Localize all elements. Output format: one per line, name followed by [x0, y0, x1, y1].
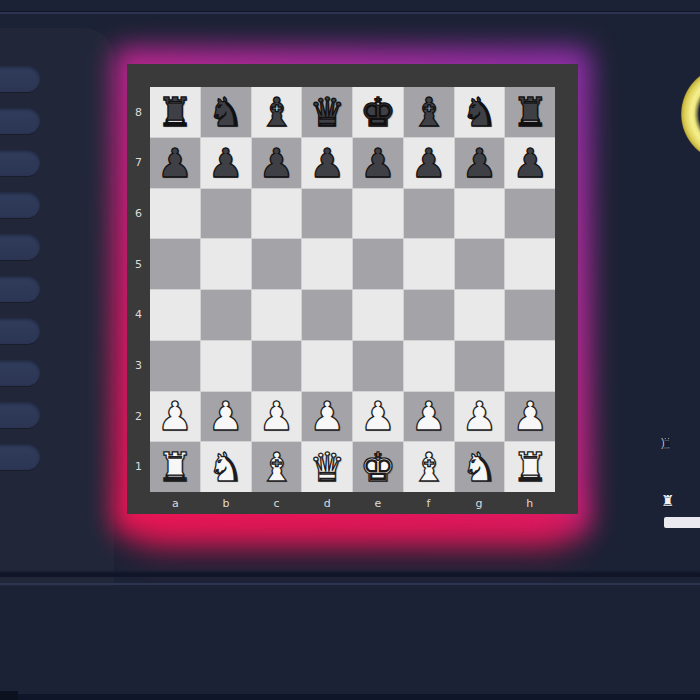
sidebar-pill-5[interactable]: [0, 234, 40, 260]
black-pawn[interactable]: ♟: [157, 143, 193, 183]
square-g4[interactable]: [455, 290, 505, 340]
white-pawn[interactable]: ♟: [360, 396, 396, 436]
black-pawn[interactable]: ♟: [461, 143, 497, 183]
rank-label-4: 4: [127, 290, 150, 341]
square-e3[interactable]: [353, 341, 403, 391]
square-a2[interactable]: ♟: [150, 392, 200, 442]
square-d7[interactable]: ♟: [302, 138, 352, 188]
captured-white-piece-icon[interactable]: ♜: [661, 494, 674, 509]
sidebar-pill-2[interactable]: [0, 108, 40, 134]
square-h1[interactable]: ♜: [505, 442, 555, 492]
black-knight[interactable]: ♞: [208, 92, 244, 132]
app-window: 87654321 abcdefgh ♜♞♝♛♚♝♞♜♟♟♟♟♟♟♟♟♟♟♟♟♟♟…: [0, 0, 700, 700]
square-b1[interactable]: ♞: [201, 442, 251, 492]
square-h5[interactable]: [505, 239, 555, 289]
sidebar-pill-10[interactable]: [0, 444, 40, 470]
square-c8[interactable]: ♝: [252, 87, 302, 137]
file-label-h: h: [504, 492, 555, 514]
square-c4[interactable]: [252, 290, 302, 340]
black-pawn[interactable]: ♟: [411, 143, 447, 183]
rank-label-3: 3: [127, 340, 150, 391]
file-label-d: d: [302, 492, 353, 514]
square-b5[interactable]: [201, 239, 251, 289]
black-pawn[interactable]: ♟: [208, 143, 244, 183]
chess-board: 87654321 abcdefgh ♜♞♝♛♚♝♞♜♟♟♟♟♟♟♟♟♟♟♟♟♟♟…: [127, 64, 578, 514]
square-h4[interactable]: [505, 290, 555, 340]
rank-label-5: 5: [127, 239, 150, 290]
square-e2[interactable]: ♟: [353, 392, 403, 442]
white-rook[interactable]: ♜: [157, 447, 193, 487]
square-f3[interactable]: [404, 341, 454, 391]
board-squares[interactable]: ♜♞♝♛♚♝♞♜♟♟♟♟♟♟♟♟♟♟♟♟♟♟♟♟♜♞♝♛♚♝♞♜: [150, 87, 555, 492]
square-e6[interactable]: [353, 189, 403, 239]
rank-label-8: 8: [127, 87, 150, 138]
black-bishop[interactable]: ♝: [258, 92, 294, 132]
square-g6[interactable]: [455, 189, 505, 239]
square-e5[interactable]: [353, 239, 403, 289]
square-a7[interactable]: ♟: [150, 138, 200, 188]
file-label-c: c: [251, 492, 302, 514]
bottom-strip: [0, 694, 700, 700]
square-c1[interactable]: ♝: [252, 442, 302, 492]
square-g1[interactable]: ♞: [455, 442, 505, 492]
square-c5[interactable]: [252, 239, 302, 289]
rank-label-7: 7: [127, 138, 150, 189]
square-g2[interactable]: ♟: [455, 392, 505, 442]
square-f4[interactable]: [404, 290, 454, 340]
side-panel-edge-bar: [664, 517, 700, 528]
square-g7[interactable]: ♟: [455, 138, 505, 188]
top-hairline: [0, 12, 700, 14]
sidebar-pill-6[interactable]: [0, 276, 40, 302]
square-d2[interactable]: ♟: [302, 392, 352, 442]
square-d5[interactable]: [302, 239, 352, 289]
sidebar-pill-9[interactable]: [0, 402, 40, 428]
white-bishop[interactable]: ♝: [258, 447, 294, 487]
black-pawn[interactable]: ♟: [309, 143, 345, 183]
square-h6[interactable]: [505, 189, 555, 239]
square-c7[interactable]: ♟: [252, 138, 302, 188]
white-pawn[interactable]: ♟: [512, 396, 548, 436]
white-knight[interactable]: ♞: [461, 447, 497, 487]
captured-black-piece-icon[interactable]: ♜: [660, 437, 673, 452]
rank-label-1: 1: [127, 441, 150, 492]
rank-label-6: 6: [127, 188, 150, 239]
black-pawn[interactable]: ♟: [360, 143, 396, 183]
divider-band: [0, 570, 700, 577]
rank-label-2: 2: [127, 391, 150, 442]
square-f6[interactable]: [404, 189, 454, 239]
square-h2[interactable]: ♟: [505, 392, 555, 442]
sidebar-pill-3[interactable]: [0, 150, 40, 176]
square-f5[interactable]: [404, 239, 454, 289]
square-a1[interactable]: ♜: [150, 442, 200, 492]
sidebar-pill-8[interactable]: [0, 360, 40, 386]
white-pawn[interactable]: ♟: [157, 396, 193, 436]
white-pawn[interactable]: ♟: [309, 396, 345, 436]
square-f1[interactable]: ♝: [404, 442, 454, 492]
sidebar-pill-4[interactable]: [0, 192, 40, 218]
square-b3[interactable]: [201, 341, 251, 391]
square-h8[interactable]: ♜: [505, 87, 555, 137]
square-b8[interactable]: ♞: [201, 87, 251, 137]
black-rook[interactable]: ♜: [512, 92, 548, 132]
square-d3[interactable]: [302, 341, 352, 391]
file-label-a: a: [150, 492, 201, 514]
square-e7[interactable]: ♟: [353, 138, 403, 188]
sidebar-pill-1[interactable]: [0, 66, 40, 92]
rank-labels: 87654321: [127, 87, 150, 492]
white-bishop[interactable]: ♝: [411, 447, 447, 487]
square-f8[interactable]: ♝: [404, 87, 454, 137]
square-a5[interactable]: [150, 239, 200, 289]
white-queen[interactable]: ♛: [309, 447, 345, 487]
file-label-e: e: [353, 492, 404, 514]
square-d1[interactable]: ♛: [302, 442, 352, 492]
file-labels: abcdefgh: [150, 492, 555, 514]
black-queen[interactable]: ♛: [309, 92, 345, 132]
square-e4[interactable]: [353, 290, 403, 340]
black-pawn[interactable]: ♟: [258, 143, 294, 183]
square-d8[interactable]: ♛: [302, 87, 352, 137]
black-rook[interactable]: ♜: [157, 92, 193, 132]
square-f2[interactable]: ♟: [404, 392, 454, 442]
square-b4[interactable]: [201, 290, 251, 340]
square-c3[interactable]: [252, 341, 302, 391]
square-a6[interactable]: [150, 189, 200, 239]
square-d4[interactable]: [302, 290, 352, 340]
square-b7[interactable]: ♟: [201, 138, 251, 188]
white-pawn[interactable]: ♟: [208, 396, 244, 436]
black-king[interactable]: ♚: [360, 92, 396, 132]
white-king[interactable]: ♚: [360, 447, 396, 487]
square-d6[interactable]: [302, 189, 352, 239]
square-h3[interactable]: [505, 341, 555, 391]
square-e1[interactable]: ♚: [353, 442, 403, 492]
white-knight[interactable]: ♞: [208, 447, 244, 487]
yellow-ring-icon[interactable]: [681, 66, 700, 162]
file-label-f: f: [403, 492, 454, 514]
square-h7[interactable]: ♟: [505, 138, 555, 188]
white-pawn[interactable]: ♟: [258, 396, 294, 436]
black-bishop[interactable]: ♝: [411, 92, 447, 132]
square-a3[interactable]: [150, 341, 200, 391]
sidebar-pill-7[interactable]: [0, 318, 40, 344]
square-b2[interactable]: ♟: [201, 392, 251, 442]
square-c6[interactable]: [252, 189, 302, 239]
bottom-corner-notch: [0, 691, 18, 700]
white-pawn[interactable]: ♟: [461, 396, 497, 436]
file-label-g: g: [454, 492, 505, 514]
square-g5[interactable]: [455, 239, 505, 289]
sidebar-pill-stack: [0, 66, 40, 470]
square-a8[interactable]: ♜: [150, 87, 200, 137]
black-knight[interactable]: ♞: [461, 92, 497, 132]
white-pawn[interactable]: ♟: [411, 396, 447, 436]
square-a4[interactable]: [150, 290, 200, 340]
square-b6[interactable]: [201, 189, 251, 239]
black-pawn[interactable]: ♟: [512, 143, 548, 183]
square-f7[interactable]: ♟: [404, 138, 454, 188]
divider-line: [0, 583, 700, 585]
square-c2[interactable]: ♟: [252, 392, 302, 442]
white-rook[interactable]: ♜: [512, 447, 548, 487]
square-e8[interactable]: ♚: [353, 87, 403, 137]
square-g3[interactable]: [455, 341, 505, 391]
square-g8[interactable]: ♞: [455, 87, 505, 137]
file-label-b: b: [201, 492, 252, 514]
